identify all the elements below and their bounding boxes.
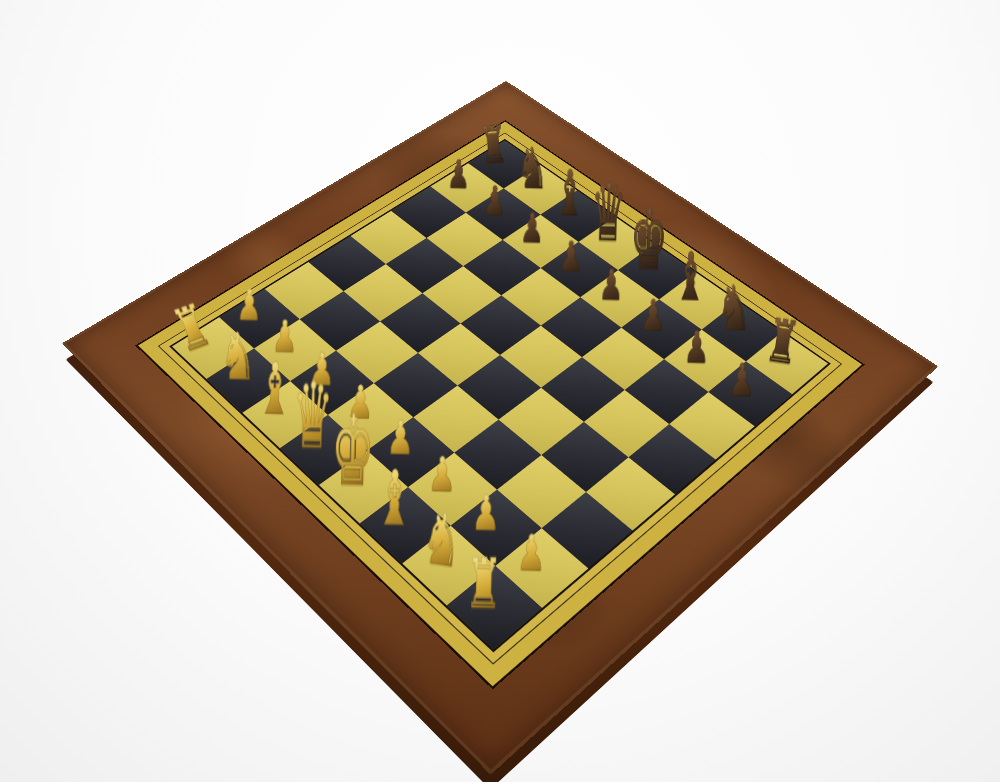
- square-d5[interactable]: [460, 295, 540, 355]
- square-h7[interactable]: ♟: [708, 361, 792, 426]
- black-pawn-h7[interactable]: ♟: [713, 359, 771, 401]
- wooden-frame: ♜♞♝♛♚♝♞♜♟♟♟♟♟♟♟♟♟♟♟♟♟♟♟♟♜♞♝♛♚♝♞♜: [62, 81, 939, 775]
- white-rook-h1[interactable]: ♜: [452, 553, 516, 618]
- chess-scene: ♜♞♝♛♚♝♞♜♟♟♟♟♟♟♟♟♟♟♟♟♟♟♟♟♜♞♝♛♚♝♞♜: [0, 0, 1000, 782]
- board-assembly: ♜♞♝♛♚♝♞♜♟♟♟♟♟♟♟♟♟♟♟♟♟♟♟♟♜♞♝♛♚♝♞♜: [62, 81, 939, 775]
- square-f6[interactable]: [582, 328, 664, 390]
- photo-background: ♜♞♝♛♚♝♞♜♟♟♟♟♟♟♟♟♟♟♟♟♟♟♟♟♜♞♝♛♚♝♞♜: [0, 0, 1000, 782]
